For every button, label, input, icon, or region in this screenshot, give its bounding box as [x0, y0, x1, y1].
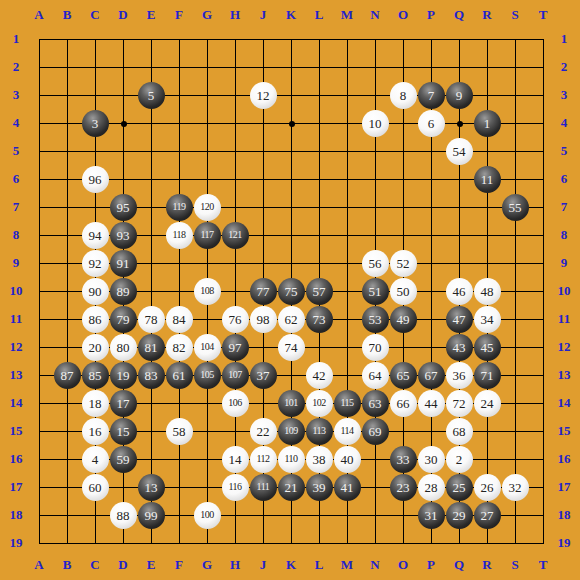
white-stone-96[interactable]: 96 [82, 166, 109, 193]
black-stone-41[interactable]: 41 [334, 474, 361, 501]
black-stone-13[interactable]: 13 [138, 474, 165, 501]
black-stone-75[interactable]: 75 [278, 278, 305, 305]
top-col-label: Q [445, 4, 473, 26]
black-stone-63[interactable]: 63 [362, 390, 389, 417]
bottom-col-label: R [473, 554, 501, 576]
white-stone-6[interactable]: 6 [418, 110, 445, 137]
white-stone-92[interactable]: 92 [82, 250, 109, 277]
top-col-label: E [137, 4, 165, 26]
black-stone-61[interactable]: 61 [166, 362, 193, 389]
black-stone-27[interactable]: 27 [474, 502, 501, 529]
right-row-label: 11 [549, 308, 579, 330]
right-row-label: 7 [549, 196, 579, 218]
right-row-label: 18 [549, 504, 579, 526]
top-col-label: P [417, 4, 445, 26]
white-stone-104[interactable]: 104 [194, 334, 221, 361]
right-row-label: 8 [549, 224, 579, 246]
black-stone-119[interactable]: 119 [166, 194, 193, 221]
white-stone-52[interactable]: 52 [390, 250, 417, 277]
right-row-label: 14 [549, 392, 579, 414]
white-stone-18[interactable]: 18 [82, 390, 109, 417]
black-stone-67[interactable]: 67 [418, 362, 445, 389]
right-row-label: 1 [549, 28, 579, 50]
black-stone-1[interactable]: 1 [474, 110, 501, 137]
left-row-label: 8 [1, 224, 31, 246]
bottom-col-label: B [53, 554, 81, 576]
black-stone-81[interactable]: 81 [138, 334, 165, 361]
white-stone-90[interactable]: 90 [82, 278, 109, 305]
star-point-D4 [121, 121, 127, 127]
white-stone-60[interactable]: 60 [82, 474, 109, 501]
left-row-label: 19 [1, 532, 31, 554]
black-stone-55[interactable]: 55 [502, 194, 529, 221]
white-stone-86[interactable]: 86 [82, 306, 109, 333]
bottom-col-label: J [249, 554, 277, 576]
bottom-col-label: T [529, 554, 557, 576]
white-stone-16[interactable]: 16 [82, 418, 109, 445]
black-stone-113[interactable]: 113 [306, 418, 333, 445]
right-row-label: 19 [549, 532, 579, 554]
right-row-label: 4 [549, 112, 579, 134]
white-stone-58[interactable]: 58 [166, 418, 193, 445]
white-stone-54[interactable]: 54 [446, 138, 473, 165]
right-row-label: 2 [549, 56, 579, 78]
top-col-label: S [501, 4, 529, 26]
black-stone-9[interactable]: 9 [446, 82, 473, 109]
black-stone-11[interactable]: 11 [474, 166, 501, 193]
black-stone-51[interactable]: 51 [362, 278, 389, 305]
left-row-label: 5 [1, 140, 31, 162]
left-row-label: 16 [1, 448, 31, 470]
black-stone-49[interactable]: 49 [390, 306, 417, 333]
left-row-label: 3 [1, 84, 31, 106]
bottom-col-label: G [193, 554, 221, 576]
white-stone-84[interactable]: 84 [166, 306, 193, 333]
black-stone-5[interactable]: 5 [138, 82, 165, 109]
black-stone-47[interactable]: 47 [446, 306, 473, 333]
top-col-label: J [249, 4, 277, 26]
white-stone-4[interactable]: 4 [82, 446, 109, 473]
white-stone-116[interactable]: 116 [222, 474, 249, 501]
left-row-label: 2 [1, 56, 31, 78]
left-row-label: 10 [1, 280, 31, 302]
top-col-label: C [81, 4, 109, 26]
left-row-label: 18 [1, 504, 31, 526]
top-col-label: R [473, 4, 501, 26]
white-stone-44[interactable]: 44 [418, 390, 445, 417]
black-stone-71[interactable]: 71 [474, 362, 501, 389]
black-stone-33[interactable]: 33 [390, 446, 417, 473]
black-stone-53[interactable]: 53 [362, 306, 389, 333]
right-row-label: 17 [549, 476, 579, 498]
right-row-label: 10 [549, 280, 579, 302]
black-stone-77[interactable]: 77 [250, 278, 277, 305]
white-stone-72[interactable]: 72 [446, 390, 473, 417]
white-stone-28[interactable]: 28 [418, 474, 445, 501]
black-stone-59[interactable]: 59 [110, 446, 137, 473]
white-stone-2[interactable]: 2 [446, 446, 473, 473]
black-stone-105[interactable]: 105 [194, 362, 221, 389]
white-stone-120[interactable]: 120 [194, 194, 221, 221]
left-row-label: 11 [1, 308, 31, 330]
top-col-label: K [277, 4, 305, 26]
top-col-label: H [221, 4, 249, 26]
black-stone-79[interactable]: 79 [110, 306, 137, 333]
left-row-label: 4 [1, 112, 31, 134]
black-stone-31[interactable]: 31 [418, 502, 445, 529]
black-stone-91[interactable]: 91 [110, 250, 137, 277]
white-stone-22[interactable]: 22 [250, 418, 277, 445]
top-col-label: D [109, 4, 137, 26]
black-stone-99[interactable]: 99 [138, 502, 165, 529]
white-stone-78[interactable]: 78 [138, 306, 165, 333]
white-stone-12[interactable]: 12 [250, 82, 277, 109]
white-stone-56[interactable]: 56 [362, 250, 389, 277]
white-stone-82[interactable]: 82 [166, 334, 193, 361]
white-stone-114[interactable]: 114 [334, 418, 361, 445]
white-stone-30[interactable]: 30 [418, 446, 445, 473]
black-stone-25[interactable]: 25 [446, 474, 473, 501]
right-row-label: 12 [549, 336, 579, 358]
left-row-label: 9 [1, 252, 31, 274]
black-stone-21[interactable]: 21 [278, 474, 305, 501]
bottom-col-label: K [277, 554, 305, 576]
black-stone-3[interactable]: 3 [82, 110, 109, 137]
bottom-col-label: E [137, 554, 165, 576]
white-stone-98[interactable]: 98 [250, 306, 277, 333]
bottom-col-label: A [25, 554, 53, 576]
black-stone-65[interactable]: 65 [390, 362, 417, 389]
black-stone-45[interactable]: 45 [474, 334, 501, 361]
black-stone-85[interactable]: 85 [82, 362, 109, 389]
bottom-col-label: C [81, 554, 109, 576]
right-row-label: 16 [549, 448, 579, 470]
left-row-label: 7 [1, 196, 31, 218]
black-stone-19[interactable]: 19 [110, 362, 137, 389]
white-stone-48[interactable]: 48 [474, 278, 501, 305]
black-stone-43[interactable]: 43 [446, 334, 473, 361]
left-row-label: 6 [1, 168, 31, 190]
black-stone-97[interactable]: 97 [222, 334, 249, 361]
white-stone-24[interactable]: 24 [474, 390, 501, 417]
white-stone-64[interactable]: 64 [362, 362, 389, 389]
white-stone-62[interactable]: 62 [278, 306, 305, 333]
top-col-label: M [333, 4, 361, 26]
left-row-label: 12 [1, 336, 31, 358]
black-stone-93[interactable]: 93 [110, 222, 137, 249]
bottom-col-label: L [305, 554, 333, 576]
black-stone-69[interactable]: 69 [362, 418, 389, 445]
bottom-col-label: S [501, 554, 529, 576]
bottom-col-label: M [333, 554, 361, 576]
white-stone-46[interactable]: 46 [446, 278, 473, 305]
black-stone-37[interactable]: 37 [250, 362, 277, 389]
black-stone-89[interactable]: 89 [110, 278, 137, 305]
bottom-col-label: D [109, 554, 137, 576]
white-stone-68[interactable]: 68 [446, 418, 473, 445]
black-stone-101[interactable]: 101 [278, 390, 305, 417]
top-col-label: F [165, 4, 193, 26]
black-stone-109[interactable]: 109 [278, 418, 305, 445]
black-stone-107[interactable]: 107 [222, 362, 249, 389]
star-point-Q4 [457, 121, 463, 127]
bottom-col-label: Q [445, 554, 473, 576]
white-stone-26[interactable]: 26 [474, 474, 501, 501]
black-stone-95[interactable]: 95 [110, 194, 137, 221]
right-row-label: 9 [549, 252, 579, 274]
white-stone-110[interactable]: 110 [278, 446, 305, 473]
bottom-col-label: P [417, 554, 445, 576]
black-stone-83[interactable]: 83 [138, 362, 165, 389]
white-stone-50[interactable]: 50 [390, 278, 417, 305]
bottom-col-label: H [221, 554, 249, 576]
black-stone-117[interactable]: 117 [194, 222, 221, 249]
star-point-K4 [289, 121, 295, 127]
white-stone-76[interactable]: 76 [222, 306, 249, 333]
black-stone-87[interactable]: 87 [54, 362, 81, 389]
white-stone-8[interactable]: 8 [390, 82, 417, 109]
right-row-label: 13 [549, 364, 579, 386]
top-col-label: B [53, 4, 81, 26]
white-stone-32[interactable]: 32 [502, 474, 529, 501]
white-stone-42[interactable]: 42 [306, 362, 333, 389]
top-col-label: A [25, 4, 53, 26]
right-row-label: 3 [549, 84, 579, 106]
white-stone-14[interactable]: 14 [222, 446, 249, 473]
bottom-col-label: N [361, 554, 389, 576]
black-stone-121[interactable]: 121 [222, 222, 249, 249]
white-stone-80[interactable]: 80 [110, 334, 137, 361]
left-row-label: 1 [1, 28, 31, 50]
black-stone-115[interactable]: 115 [334, 390, 361, 417]
white-stone-66[interactable]: 66 [390, 390, 417, 417]
bottom-col-label: O [389, 554, 417, 576]
black-stone-15[interactable]: 15 [110, 418, 137, 445]
white-stone-94[interactable]: 94 [82, 222, 109, 249]
black-stone-73[interactable]: 73 [306, 306, 333, 333]
white-stone-112[interactable]: 112 [250, 446, 277, 473]
bottom-col-label: F [165, 554, 193, 576]
left-row-label: 14 [1, 392, 31, 414]
white-stone-10[interactable]: 10 [362, 110, 389, 137]
black-stone-23[interactable]: 23 [390, 474, 417, 501]
white-stone-100[interactable]: 100 [194, 502, 221, 529]
white-stone-34[interactable]: 34 [474, 306, 501, 333]
black-stone-39[interactable]: 39 [306, 474, 333, 501]
black-stone-17[interactable]: 17 [110, 390, 137, 417]
white-stone-40[interactable]: 40 [334, 446, 361, 473]
white-stone-108[interactable]: 108 [194, 278, 221, 305]
top-col-label: L [305, 4, 333, 26]
go-board[interactable]: AABBCCDDEEFFGGHHJJKKLLMMNNOOPPQQRRSSTT11… [0, 0, 580, 580]
right-row-label: 15 [549, 420, 579, 442]
top-col-label: T [529, 4, 557, 26]
left-row-label: 15 [1, 420, 31, 442]
top-col-label: O [389, 4, 417, 26]
right-row-label: 6 [549, 168, 579, 190]
white-stone-36[interactable]: 36 [446, 362, 473, 389]
right-row-label: 5 [549, 140, 579, 162]
white-stone-20[interactable]: 20 [82, 334, 109, 361]
black-stone-29[interactable]: 29 [446, 502, 473, 529]
left-row-label: 13 [1, 364, 31, 386]
white-stone-38[interactable]: 38 [306, 446, 333, 473]
white-stone-102[interactable]: 102 [306, 390, 333, 417]
top-col-label: N [361, 4, 389, 26]
white-stone-106[interactable]: 106 [222, 390, 249, 417]
black-stone-7[interactable]: 7 [418, 82, 445, 109]
black-stone-111[interactable]: 111 [250, 474, 277, 501]
black-stone-57[interactable]: 57 [306, 278, 333, 305]
white-stone-70[interactable]: 70 [362, 334, 389, 361]
top-col-label: G [193, 4, 221, 26]
white-stone-88[interactable]: 88 [110, 502, 137, 529]
white-stone-74[interactable]: 74 [278, 334, 305, 361]
white-stone-118[interactable]: 118 [166, 222, 193, 249]
left-row-label: 17 [1, 476, 31, 498]
